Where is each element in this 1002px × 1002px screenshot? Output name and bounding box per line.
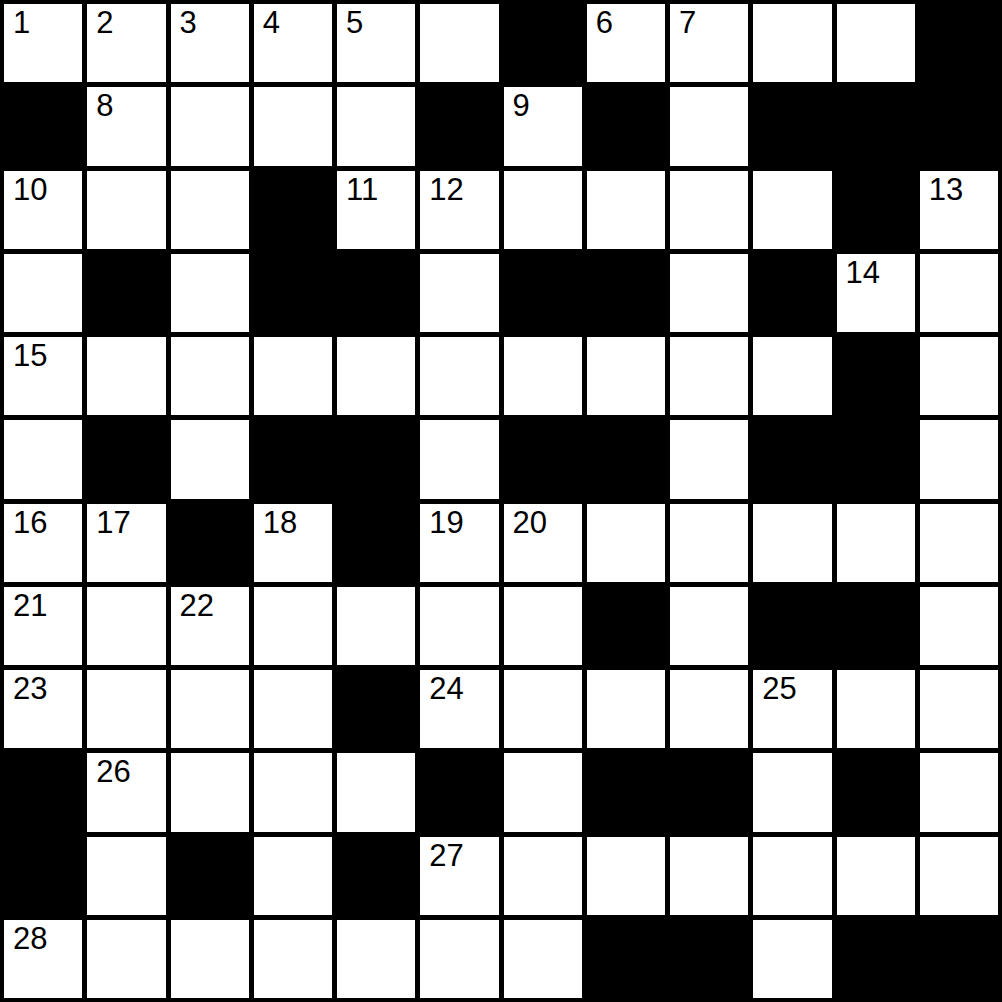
block-r7c7 [587, 587, 665, 665]
cell-r4c8[interactable] [670, 337, 748, 415]
cell-r0c1[interactable]: 2 [87, 4, 165, 82]
cell-r10c10[interactable] [837, 837, 915, 915]
clue-number: 6 [596, 7, 613, 40]
cell-r7c5[interactable] [420, 587, 498, 665]
cell-r0c5[interactable] [420, 4, 498, 82]
block-r0c11 [920, 4, 998, 82]
cell-r0c3[interactable]: 4 [254, 4, 332, 82]
cell-r2c5[interactable]: 12 [420, 171, 498, 249]
cell-r0c10[interactable] [837, 4, 915, 82]
cell-r2c1[interactable] [87, 171, 165, 249]
cell-r8c3[interactable] [254, 670, 332, 748]
cell-r2c6[interactable] [504, 171, 582, 249]
block-r5c1 [87, 420, 165, 498]
cell-r0c8[interactable]: 7 [670, 4, 748, 82]
cell-r1c2[interactable] [171, 87, 249, 165]
cell-r6c7[interactable] [587, 504, 665, 582]
cell-r9c9[interactable] [753, 753, 831, 831]
block-r2c10 [837, 171, 915, 249]
cell-r8c8[interactable] [670, 670, 748, 748]
cell-r4c1[interactable] [87, 337, 165, 415]
cell-r0c2[interactable]: 3 [171, 4, 249, 82]
clue-number: 10 [13, 174, 47, 207]
cell-r3c5[interactable] [420, 254, 498, 332]
clue-number: 28 [13, 923, 47, 956]
block-r3c1 [87, 254, 165, 332]
cell-r7c4[interactable] [337, 587, 415, 665]
cell-r11c2[interactable] [171, 920, 249, 998]
cell-r1c4[interactable] [337, 87, 415, 165]
cell-r9c3[interactable] [254, 753, 332, 831]
block-r1c10 [837, 87, 915, 165]
cell-r1c3[interactable] [254, 87, 332, 165]
clue-number: 24 [429, 673, 463, 706]
block-r1c7 [587, 87, 665, 165]
cell-r11c9[interactable] [753, 920, 831, 998]
clue-number: 21 [13, 590, 47, 623]
cell-r3c10[interactable]: 14 [837, 254, 915, 332]
clue-number: 14 [846, 257, 880, 290]
clue-number: 18 [263, 507, 297, 540]
block-r5c3 [254, 420, 332, 498]
cell-r2c0[interactable]: 10 [4, 171, 82, 249]
block-r4c10 [837, 337, 915, 415]
clue-number: 9 [513, 90, 530, 123]
cell-r5c8[interactable] [670, 420, 748, 498]
cell-r2c9[interactable] [753, 171, 831, 249]
clue-number: 16 [13, 507, 47, 540]
cell-r8c6[interactable] [504, 670, 582, 748]
clue-number: 26 [96, 756, 130, 789]
block-r1c11 [920, 87, 998, 165]
clue-number: 17 [96, 507, 130, 540]
block-r0c6 [504, 4, 582, 82]
cell-r3c11[interactable] [920, 254, 998, 332]
cell-r8c9[interactable]: 25 [753, 670, 831, 748]
cell-r8c0[interactable]: 23 [4, 670, 82, 748]
cell-r7c3[interactable] [254, 587, 332, 665]
block-r5c9 [753, 420, 831, 498]
cell-r8c5[interactable]: 24 [420, 670, 498, 748]
cell-r8c11[interactable] [920, 670, 998, 748]
block-r1c0 [4, 87, 82, 165]
block-r10c2 [171, 837, 249, 915]
cell-r3c8[interactable] [670, 254, 748, 332]
cell-r0c4[interactable]: 5 [337, 4, 415, 82]
cell-r8c7[interactable] [587, 670, 665, 748]
block-r5c7 [587, 420, 665, 498]
cell-r10c8[interactable] [670, 837, 748, 915]
cell-r2c8[interactable] [670, 171, 748, 249]
clue-number: 11 [346, 174, 378, 207]
cell-r4c4[interactable] [337, 337, 415, 415]
cell-r11c3[interactable] [254, 920, 332, 998]
cell-r3c0[interactable] [4, 254, 82, 332]
cell-r4c6[interactable] [504, 337, 582, 415]
block-r10c4 [337, 837, 415, 915]
cell-r1c1[interactable]: 8 [87, 87, 165, 165]
cell-r7c0[interactable]: 21 [4, 587, 82, 665]
cell-r9c2[interactable] [171, 753, 249, 831]
clue-number: 3 [180, 7, 197, 40]
clue-number: 5 [346, 7, 363, 40]
block-r6c2 [171, 504, 249, 582]
block-r11c8 [670, 920, 748, 998]
clue-number: 2 [96, 7, 113, 40]
cell-r6c11[interactable] [920, 504, 998, 582]
block-r3c6 [504, 254, 582, 332]
cell-r7c11[interactable] [920, 587, 998, 665]
cell-r10c3[interactable] [254, 837, 332, 915]
cell-r6c5[interactable]: 19 [420, 504, 498, 582]
clue-number: 8 [96, 90, 113, 123]
cell-r5c2[interactable] [171, 420, 249, 498]
cell-r0c9[interactable] [753, 4, 831, 82]
cell-r7c6[interactable] [504, 587, 582, 665]
cell-r5c11[interactable] [920, 420, 998, 498]
block-r2c3 [254, 171, 332, 249]
cell-r4c3[interactable] [254, 337, 332, 415]
cell-r10c11[interactable] [920, 837, 998, 915]
cell-r1c8[interactable] [670, 87, 748, 165]
cell-r11c6[interactable] [504, 920, 582, 998]
clue-number: 25 [762, 673, 796, 706]
cell-r6c3[interactable]: 18 [254, 504, 332, 582]
cell-r2c4[interactable]: 11 [337, 171, 415, 249]
cell-r9c1[interactable]: 26 [87, 753, 165, 831]
clue-number: 23 [13, 673, 47, 706]
cell-r11c1[interactable] [87, 920, 165, 998]
block-r7c9 [753, 587, 831, 665]
cell-r4c5[interactable] [420, 337, 498, 415]
cell-r6c9[interactable] [753, 504, 831, 582]
cell-r10c5[interactable]: 27 [420, 837, 498, 915]
cell-r5c5[interactable] [420, 420, 498, 498]
clue-number: 12 [429, 174, 463, 207]
cell-r10c9[interactable] [753, 837, 831, 915]
block-r9c8 [670, 753, 748, 831]
cell-r0c0[interactable]: 1 [4, 4, 82, 82]
block-r10c0 [4, 837, 82, 915]
cell-r6c8[interactable] [670, 504, 748, 582]
clue-number: 19 [429, 507, 463, 540]
block-r5c6 [504, 420, 582, 498]
cell-r0c7[interactable]: 6 [587, 4, 665, 82]
cell-r5c0[interactable] [4, 420, 82, 498]
block-r5c10 [837, 420, 915, 498]
block-r9c0 [4, 753, 82, 831]
block-r9c5 [420, 753, 498, 831]
crossword-grid: 1234567891011121314151617181920212223242… [0, 0, 1002, 1002]
block-r11c10 [837, 920, 915, 998]
cell-r7c1[interactable] [87, 587, 165, 665]
cell-r1c6[interactable]: 9 [504, 87, 582, 165]
clue-number: 27 [429, 840, 463, 873]
block-r11c7 [587, 920, 665, 998]
cell-r4c2[interactable] [171, 337, 249, 415]
clue-number: 7 [679, 7, 696, 40]
cell-r3c2[interactable] [171, 254, 249, 332]
cell-r6c6[interactable]: 20 [504, 504, 582, 582]
cell-r11c0[interactable]: 28 [4, 920, 82, 998]
cell-r11c5[interactable] [420, 920, 498, 998]
clue-number: 15 [13, 340, 47, 373]
cell-r8c2[interactable] [171, 670, 249, 748]
block-r3c9 [753, 254, 831, 332]
block-r8c4 [337, 670, 415, 748]
cell-r4c0[interactable]: 15 [4, 337, 82, 415]
clue-number: 1 [13, 7, 30, 40]
block-r1c9 [753, 87, 831, 165]
block-r9c7 [587, 753, 665, 831]
cell-r2c11[interactable]: 13 [920, 171, 998, 249]
cell-r10c7[interactable] [587, 837, 665, 915]
cell-r6c10[interactable] [837, 504, 915, 582]
cell-r11c4[interactable] [337, 920, 415, 998]
clue-number: 4 [263, 7, 280, 40]
cell-r4c9[interactable] [753, 337, 831, 415]
cell-r6c0[interactable]: 16 [4, 504, 82, 582]
cell-r8c1[interactable] [87, 670, 165, 748]
block-r9c10 [837, 753, 915, 831]
block-r7c10 [837, 587, 915, 665]
cell-r9c11[interactable] [920, 753, 998, 831]
cell-r9c4[interactable] [337, 753, 415, 831]
cell-r2c7[interactable] [587, 171, 665, 249]
cell-r6c1[interactable]: 17 [87, 504, 165, 582]
cell-r4c11[interactable] [920, 337, 998, 415]
cell-r10c6[interactable] [504, 837, 582, 915]
clue-number: 22 [180, 590, 214, 623]
cell-r8c10[interactable] [837, 670, 915, 748]
clue-number: 20 [513, 507, 547, 540]
block-r11c11 [920, 920, 998, 998]
block-r3c7 [587, 254, 665, 332]
cell-r9c6[interactable] [504, 753, 582, 831]
cell-r4c7[interactable] [587, 337, 665, 415]
cell-r7c2[interactable]: 22 [171, 587, 249, 665]
block-r3c4 [337, 254, 415, 332]
block-r6c4 [337, 504, 415, 582]
clue-number: 13 [929, 174, 963, 207]
block-r3c3 [254, 254, 332, 332]
cell-r10c1[interactable] [87, 837, 165, 915]
block-r1c5 [420, 87, 498, 165]
cell-r2c2[interactable] [171, 171, 249, 249]
block-r5c4 [337, 420, 415, 498]
cell-r7c8[interactable] [670, 587, 748, 665]
